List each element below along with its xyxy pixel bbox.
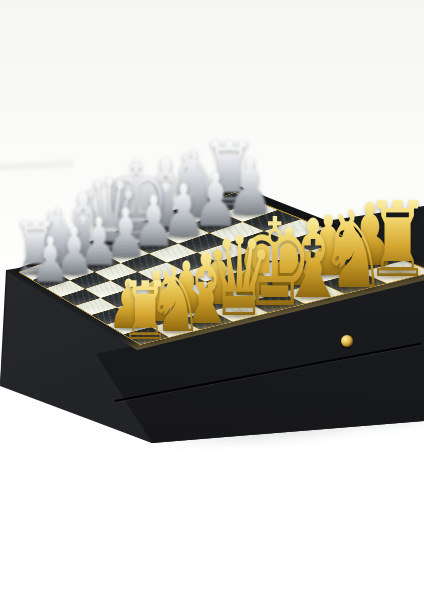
piece-black-pawn-a7[interactable]: ♟ <box>18 229 81 292</box>
rook-glyph: ♜ <box>120 271 171 352</box>
product-photo-scene: ♜♞♝♛♚♝♞♜♟♟♟♟♟♟♟♟♟♟♟♟♟♟♟♟♜♞♝♛♚♝♞♜ <box>0 0 424 600</box>
piece-white-rook-a1[interactable]: ♜ <box>105 271 186 352</box>
drawer-knob[interactable] <box>341 335 353 347</box>
pawn-glyph: ♟ <box>30 229 70 292</box>
